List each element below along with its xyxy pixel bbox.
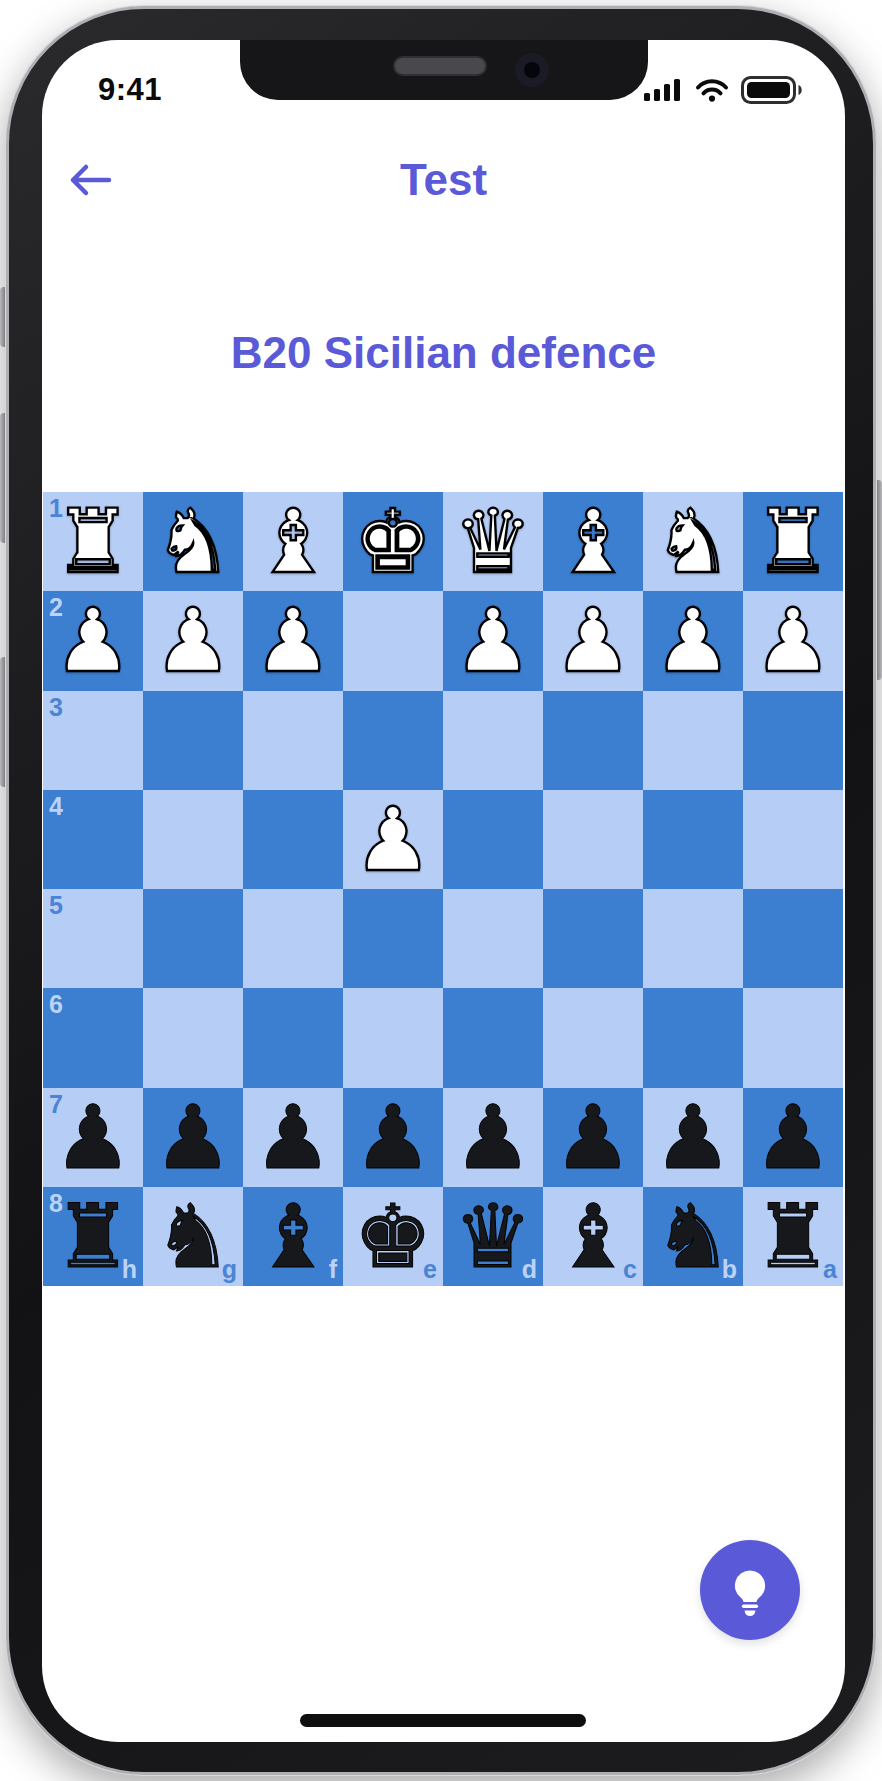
status-time: 9:41 [98, 72, 162, 108]
wifi-icon [694, 77, 730, 103]
square-f3[interactable] [243, 691, 343, 790]
square-h2[interactable]: 2♟ [43, 591, 143, 690]
square-d7[interactable]: ♟ [443, 1088, 543, 1187]
square-b1[interactable]: ♞ [643, 492, 743, 591]
piece-bP-b7: ♟ [643, 1088, 743, 1187]
square-g5[interactable] [143, 889, 243, 988]
square-d3[interactable] [443, 691, 543, 790]
piece-bP-a7: ♟ [743, 1088, 843, 1187]
piece-bP-f7: ♟ [243, 1088, 343, 1187]
square-b8[interactable]: b♞ [643, 1187, 743, 1286]
piece-wP-a2: ♟ [743, 591, 843, 690]
piece-wP-e4: ♟ [343, 790, 443, 889]
square-f5[interactable] [243, 889, 343, 988]
piece-wR-a1: ♜ [743, 492, 843, 591]
piece-wP-g2: ♟ [143, 591, 243, 690]
hint-fab[interactable] [700, 1540, 800, 1640]
lightbulb-icon [724, 1564, 776, 1616]
piece-wQ-d1: ♛ [443, 492, 543, 591]
square-g2[interactable]: ♟ [143, 591, 243, 690]
square-d2[interactable]: ♟ [443, 591, 543, 690]
piece-bP-e7: ♟ [343, 1088, 443, 1187]
piece-bP-g7: ♟ [143, 1088, 243, 1187]
piece-bB-f8: ♝ [243, 1187, 343, 1286]
piece-bP-c7: ♟ [543, 1088, 643, 1187]
status-bar: 9:41 [98, 70, 803, 110]
square-g6[interactable] [143, 988, 243, 1087]
square-c7[interactable]: ♟ [543, 1088, 643, 1187]
square-a1[interactable]: ♜ [743, 492, 843, 591]
piece-wN-g1: ♞ [143, 492, 243, 591]
square-f2[interactable]: ♟ [243, 591, 343, 690]
piece-wP-h2: ♟ [43, 591, 143, 690]
piece-bN-g8: ♞ [143, 1187, 243, 1286]
square-a6[interactable] [743, 988, 843, 1087]
square-e4[interactable]: ♟ [343, 790, 443, 889]
piece-bN-b8: ♞ [643, 1187, 743, 1286]
home-indicator [300, 1714, 586, 1727]
square-h8[interactable]: 8h♜ [43, 1187, 143, 1286]
square-c1[interactable]: ♝ [543, 492, 643, 591]
square-g8[interactable]: g♞ [143, 1187, 243, 1286]
square-h5[interactable]: 5 [43, 889, 143, 988]
square-e2[interactable] [343, 591, 443, 690]
piece-wB-c1: ♝ [543, 492, 643, 591]
square-c4[interactable] [543, 790, 643, 889]
square-g4[interactable] [143, 790, 243, 889]
square-e1[interactable]: ♚ [343, 492, 443, 591]
square-g1[interactable]: ♞ [143, 492, 243, 591]
square-a5[interactable] [743, 889, 843, 988]
piece-wP-b2: ♟ [643, 591, 743, 690]
piece-bQ-d8: ♛ [443, 1187, 543, 1286]
square-a7[interactable]: ♟ [743, 1088, 843, 1187]
battery-icon [741, 76, 803, 104]
cellular-signal-icon [643, 77, 683, 103]
square-a4[interactable] [743, 790, 843, 889]
piece-wR-h1: ♜ [43, 492, 143, 591]
piece-bP-d7: ♟ [443, 1088, 543, 1187]
piece-wP-d2: ♟ [443, 591, 543, 690]
square-e8[interactable]: e♚ [343, 1187, 443, 1286]
page-title: Test [42, 152, 845, 208]
square-e7[interactable]: ♟ [343, 1088, 443, 1187]
square-e3[interactable] [343, 691, 443, 790]
piece-bR-h8: ♜ [43, 1187, 143, 1286]
screen: 9:41 [42, 40, 845, 1742]
square-b4[interactable] [643, 790, 743, 889]
square-f7[interactable]: ♟ [243, 1088, 343, 1187]
square-a2[interactable]: ♟ [743, 591, 843, 690]
square-c5[interactable] [543, 889, 643, 988]
navbar: Test [42, 152, 845, 208]
square-e5[interactable] [343, 889, 443, 988]
back-button[interactable] [62, 156, 118, 204]
opening-name-heading: B20 Sicilian defence [42, 328, 845, 378]
square-g3[interactable] [143, 691, 243, 790]
status-icons [643, 76, 803, 104]
square-e6[interactable] [343, 988, 443, 1087]
rank-label-4: 4 [49, 794, 63, 819]
square-b6[interactable] [643, 988, 743, 1087]
square-d4[interactable] [443, 790, 543, 889]
square-h6[interactable]: 6 [43, 988, 143, 1087]
square-d8[interactable]: d♛ [443, 1187, 543, 1286]
piece-wN-b1: ♞ [643, 492, 743, 591]
square-f6[interactable] [243, 988, 343, 1087]
square-b5[interactable] [643, 889, 743, 988]
square-h7[interactable]: 7♟ [43, 1088, 143, 1187]
square-a8[interactable]: a♜ [743, 1187, 843, 1286]
square-b7[interactable]: ♟ [643, 1088, 743, 1187]
piece-wP-c2: ♟ [543, 591, 643, 690]
square-b3[interactable] [643, 691, 743, 790]
square-c6[interactable] [543, 988, 643, 1087]
square-d6[interactable] [443, 988, 543, 1087]
chess-board: 1♜♞♝♚♛♝♞♜2♟♟♟♟♟♟♟34♟567♟♟♟♟♟♟♟♟8h♜g♞f♝e♚… [43, 492, 843, 1286]
square-h1[interactable]: 1♜ [43, 492, 143, 591]
square-a3[interactable] [743, 691, 843, 790]
piece-bR-a8: ♜ [743, 1187, 843, 1286]
arrow-left-icon [67, 162, 113, 198]
square-h3[interactable]: 3 [43, 691, 143, 790]
piece-bK-e8: ♚ [343, 1187, 443, 1286]
square-c8[interactable]: c♝ [543, 1187, 643, 1286]
square-b2[interactable]: ♟ [643, 591, 743, 690]
square-d5[interactable] [443, 889, 543, 988]
square-f8[interactable]: f♝ [243, 1187, 343, 1286]
square-g7[interactable]: ♟ [143, 1088, 243, 1187]
square-c3[interactable] [543, 691, 643, 790]
rank-label-5: 5 [49, 893, 63, 918]
square-d1[interactable]: ♛ [443, 492, 543, 591]
piece-wB-f1: ♝ [243, 492, 343, 591]
piece-bP-h7: ♟ [43, 1088, 143, 1187]
square-c2[interactable]: ♟ [543, 591, 643, 690]
square-f4[interactable] [243, 790, 343, 889]
piece-wK-e1: ♚ [343, 492, 443, 591]
piece-bB-c8: ♝ [543, 1187, 643, 1286]
square-f1[interactable]: ♝ [243, 492, 343, 591]
rank-label-3: 3 [49, 695, 63, 720]
rank-label-6: 6 [49, 992, 63, 1017]
phone-frame: 9:41 [6, 6, 876, 1775]
square-h4[interactable]: 4 [43, 790, 143, 889]
piece-wP-f2: ♟ [243, 591, 343, 690]
